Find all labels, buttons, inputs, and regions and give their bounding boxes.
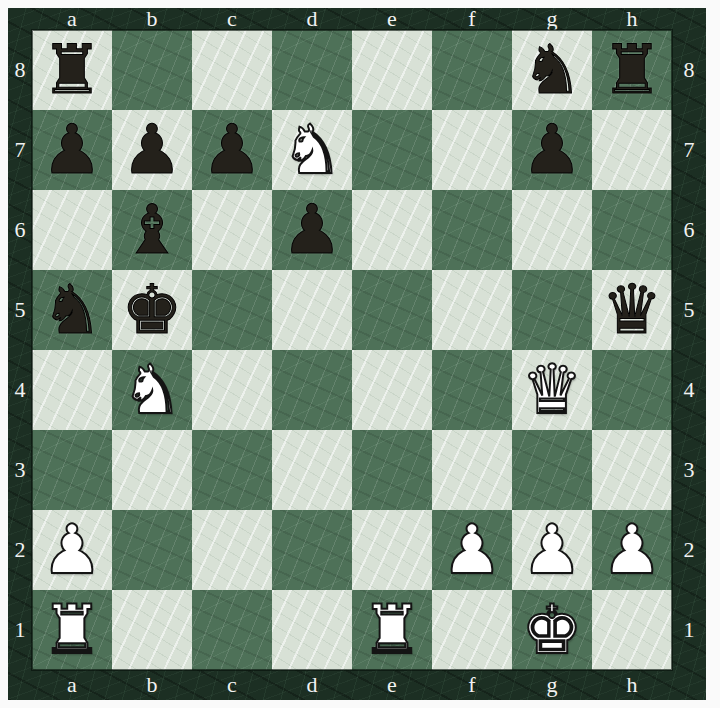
piece-black-pawn-c7[interactable]: ♟ (202, 110, 263, 190)
chess-board-diagram: { "game": "chess", "position": { "fen": … (0, 0, 720, 708)
square-g2[interactable]: ♟ (512, 510, 592, 590)
square-c3[interactable] (192, 430, 272, 510)
rank-label-3: 3 (8, 430, 32, 510)
file-labels-bottom: abcdefgh (32, 670, 672, 700)
square-e1[interactable]: ♜ (352, 590, 432, 670)
square-d1[interactable] (272, 590, 352, 670)
square-e3[interactable] (352, 430, 432, 510)
square-g1[interactable]: ♚ (512, 590, 592, 670)
square-d3[interactable] (272, 430, 352, 510)
square-g3[interactable] (512, 430, 592, 510)
square-c4[interactable] (192, 350, 272, 430)
file-label-g: g (512, 670, 592, 700)
piece-white-knight-d7[interactable]: ♞ (282, 110, 343, 190)
file-label-h: h (592, 670, 672, 700)
square-e4[interactable] (352, 350, 432, 430)
file-label-g: g (512, 8, 592, 30)
square-h6[interactable] (592, 190, 672, 270)
square-c1[interactable] (192, 590, 272, 670)
piece-white-queen-g4[interactable]: ♛ (522, 350, 583, 430)
square-a6[interactable] (32, 190, 112, 270)
rank-labels-right: 87654321 (672, 30, 706, 670)
piece-black-pawn-a7[interactable]: ♟ (42, 110, 103, 190)
square-h3[interactable] (592, 430, 672, 510)
piece-white-pawn-h2[interactable]: ♟ (602, 510, 663, 590)
file-label-h: h (592, 8, 672, 30)
square-f5[interactable] (432, 270, 512, 350)
square-b1[interactable] (112, 590, 192, 670)
square-f6[interactable] (432, 190, 512, 270)
file-label-e: e (352, 670, 432, 700)
file-label-f: f (432, 8, 512, 30)
square-e7[interactable] (352, 110, 432, 190)
square-f1[interactable] (432, 590, 512, 670)
piece-white-pawn-a2[interactable]: ♟ (42, 510, 103, 590)
piece-black-pawn-d6[interactable]: ♟ (282, 190, 343, 270)
file-label-c: c (192, 670, 272, 700)
square-f3[interactable] (432, 430, 512, 510)
square-f8[interactable] (432, 30, 512, 110)
rank-label-1: 1 (8, 590, 32, 670)
piece-black-knight-g8[interactable]: ♞ (522, 30, 583, 110)
rank-labels-left: 87654321 (8, 30, 32, 670)
piece-white-knight-b4[interactable]: ♞ (122, 350, 183, 430)
file-label-f: f (432, 670, 512, 700)
piece-black-rook-a8[interactable]: ♜ (42, 30, 103, 110)
square-b7[interactable]: ♟ (112, 110, 192, 190)
square-e5[interactable] (352, 270, 432, 350)
square-e6[interactable] (352, 190, 432, 270)
square-a7[interactable]: ♟ (32, 110, 112, 190)
file-label-e: e (352, 8, 432, 30)
square-a3[interactable] (32, 430, 112, 510)
square-g4[interactable]: ♛ (512, 350, 592, 430)
square-b2[interactable] (112, 510, 192, 590)
board: ♜♞♜♟♟♟♞♟♝♟♞♚♛♞♛♟♟♟♟♜♜♚ (32, 30, 672, 670)
file-label-d: d (272, 8, 352, 30)
board-frame: abcdefgh 87654321 ♜♞♜♟♟♟♞♟♝♟♞♚♛♞♛♟♟♟♟♜♜♚… (8, 8, 706, 700)
file-label-a: a (32, 670, 112, 700)
file-label-b: b (112, 670, 192, 700)
square-h8[interactable]: ♜ (592, 30, 672, 110)
square-e8[interactable] (352, 30, 432, 110)
square-a5[interactable]: ♞ (32, 270, 112, 350)
square-b6[interactable]: ♝ (112, 190, 192, 270)
square-d2[interactable] (272, 510, 352, 590)
piece-white-rook-e1[interactable]: ♜ (362, 590, 423, 670)
file-label-b: b (112, 8, 192, 30)
square-c5[interactable] (192, 270, 272, 350)
square-b4[interactable]: ♞ (112, 350, 192, 430)
piece-black-pawn-g7[interactable]: ♟ (522, 110, 583, 190)
square-b5[interactable]: ♚ (112, 270, 192, 350)
rank-label-6: 6 (672, 190, 706, 270)
rank-label-5: 5 (672, 270, 706, 350)
rank-label-8: 8 (672, 30, 706, 110)
square-b3[interactable] (112, 430, 192, 510)
piece-white-pawn-g2[interactable]: ♟ (522, 510, 583, 590)
rank-label-4: 4 (672, 350, 706, 430)
square-f7[interactable] (432, 110, 512, 190)
file-label-d: d (272, 670, 352, 700)
file-labels-top: abcdefgh (32, 8, 672, 30)
file-label-c: c (192, 8, 272, 30)
square-h2[interactable]: ♟ (592, 510, 672, 590)
piece-black-queen-h5[interactable]: ♛ (602, 270, 663, 350)
piece-white-king-g1[interactable]: ♚ (522, 590, 583, 670)
square-h7[interactable] (592, 110, 672, 190)
piece-black-pawn-b7[interactable]: ♟ (122, 110, 183, 190)
rank-label-6: 6 (8, 190, 32, 270)
rank-label-1: 1 (672, 590, 706, 670)
square-h1[interactable] (592, 590, 672, 670)
square-d4[interactable] (272, 350, 352, 430)
file-label-a: a (32, 8, 112, 30)
square-c7[interactable]: ♟ (192, 110, 272, 190)
square-g6[interactable] (512, 190, 592, 270)
piece-white-pawn-f2[interactable]: ♟ (442, 510, 503, 590)
square-a1[interactable]: ♜ (32, 590, 112, 670)
piece-black-king-b5[interactable]: ♚ (122, 270, 183, 350)
piece-white-rook-a1[interactable]: ♜ (42, 590, 103, 670)
square-d5[interactable] (272, 270, 352, 350)
square-c8[interactable] (192, 30, 272, 110)
square-f2[interactable]: ♟ (432, 510, 512, 590)
rank-label-4: 4 (8, 350, 32, 430)
rank-label-2: 2 (672, 510, 706, 590)
square-d6[interactable]: ♟ (272, 190, 352, 270)
square-a2[interactable]: ♟ (32, 510, 112, 590)
piece-black-knight-a5[interactable]: ♞ (42, 270, 103, 350)
square-e2[interactable] (352, 510, 432, 590)
square-g7[interactable]: ♟ (512, 110, 592, 190)
rank-label-2: 2 (8, 510, 32, 590)
square-c2[interactable] (192, 510, 272, 590)
square-c6[interactable] (192, 190, 272, 270)
piece-black-bishop-b6[interactable]: ♝ (122, 190, 183, 270)
square-g5[interactable] (512, 270, 592, 350)
square-a4[interactable] (32, 350, 112, 430)
rank-label-8: 8 (8, 30, 32, 110)
square-f4[interactable] (432, 350, 512, 430)
square-g8[interactable]: ♞ (512, 30, 592, 110)
square-d7[interactable]: ♞ (272, 110, 352, 190)
square-b8[interactable] (112, 30, 192, 110)
rank-label-7: 7 (672, 110, 706, 190)
square-d8[interactable] (272, 30, 352, 110)
square-h4[interactable] (592, 350, 672, 430)
rank-label-3: 3 (672, 430, 706, 510)
square-h5[interactable]: ♛ (592, 270, 672, 350)
piece-black-rook-h8[interactable]: ♜ (602, 30, 663, 110)
rank-label-5: 5 (8, 270, 32, 350)
square-a8[interactable]: ♜ (32, 30, 112, 110)
rank-label-7: 7 (8, 110, 32, 190)
